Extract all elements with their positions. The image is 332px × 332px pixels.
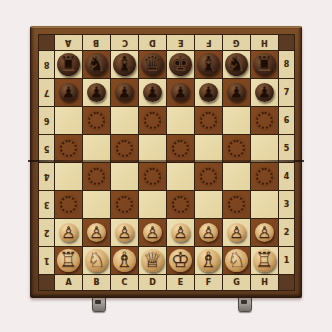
piece-glyph: ♙ [201,225,215,241]
piece-black-pawn-d7[interactable]: ♟ [139,79,166,106]
coord-cell: 7 [39,79,54,106]
square-b7[interactable]: ♟ [83,79,110,106]
file-label-e-top: E [178,38,183,47]
square-f4[interactable] [195,163,222,190]
coord-cell: 5 [279,135,294,162]
piece-glyph: ♗ [199,250,218,271]
square-b6[interactable] [83,107,110,134]
coord-cell: 2 [279,219,294,246]
rosette-carving-icon [256,112,273,129]
piece-glyph: ♚ [171,54,190,75]
piece-black-bishop-c8[interactable]: ♝ [111,51,138,78]
coord-cell: 3 [279,191,294,218]
rosette-carving-icon [60,196,77,213]
border-corner [279,35,294,50]
square-e6[interactable] [167,107,194,134]
square-c6[interactable] [111,107,138,134]
coord-cell: 7 [279,79,294,106]
piece-white-rook-a1[interactable]: ♖ [55,247,82,274]
square-a4[interactable] [55,163,82,190]
square-a7[interactable]: ♟ [55,79,82,106]
piece-white-bishop-c1[interactable]: ♗ [111,247,138,274]
file-label-e-bottom: E [178,278,183,287]
piece-glyph: ♟ [229,85,243,101]
square-c2[interactable]: ♙ [111,219,138,246]
square-g4[interactable] [223,163,250,190]
piece-white-pawn-b2[interactable]: ♙ [83,219,110,246]
board-grid: ABCDEFGH8♜♞♝♛♚♝♞♜87♟♟♟♟♟♟♟♟7665544332♙♙♙… [38,34,295,291]
square-a6[interactable] [55,107,82,134]
square-c7[interactable]: ♟ [111,79,138,106]
rosette-carving-icon [256,168,273,185]
square-f5[interactable] [195,135,222,162]
piece-glyph: ♝ [115,54,134,75]
piece-black-pawn-c7[interactable]: ♟ [111,79,138,106]
rank-label-4-right: 4 [284,172,290,181]
piece-glyph: ♖ [59,250,78,271]
file-label-d-bottom: D [149,278,156,287]
piece-black-pawn-h7[interactable]: ♟ [251,79,278,106]
coord-cell: 1 [279,247,294,274]
square-g1[interactable]: ♘ [223,247,250,274]
file-label-f-bottom: F [206,278,211,287]
border-corner [39,35,54,50]
piece-glyph: ♙ [145,225,159,241]
rosette-carving-icon [88,168,105,185]
piece-glyph: ♔ [171,250,190,271]
piece-black-king-e8[interactable]: ♚ [167,51,194,78]
coord-cell: 8 [279,51,294,78]
rank-label-4-left: 4 [44,172,50,181]
file-label-a-bottom: A [65,278,71,287]
piece-black-rook-h8[interactable]: ♜ [251,51,278,78]
fold-seam [28,160,304,162]
square-g2[interactable]: ♙ [223,219,250,246]
coord-cell: 5 [39,135,54,162]
square-a1[interactable]: ♖ [55,247,82,274]
rank-label-1-left: 1 [44,256,50,265]
coord-cell: G [223,35,250,50]
rank-label-2-left: 2 [44,228,50,237]
coord-cell: 4 [39,163,54,190]
square-a3[interactable] [55,191,82,218]
piece-glyph: ♙ [61,225,75,241]
square-f2[interactable]: ♙ [195,219,222,246]
piece-black-pawn-g7[interactable]: ♟ [223,79,250,106]
piece-white-knight-g1[interactable]: ♘ [223,247,250,274]
square-a2[interactable]: ♙ [55,219,82,246]
piece-black-rook-a8[interactable]: ♜ [55,51,82,78]
rosette-carving-icon [200,112,217,129]
piece-glyph: ♟ [173,85,187,101]
coord-cell: 2 [39,219,54,246]
piece-glyph: ♟ [117,85,131,101]
piece-glyph: ♘ [227,250,246,271]
square-g7[interactable]: ♟ [223,79,250,106]
piece-white-pawn-e2[interactable]: ♙ [167,219,194,246]
square-e5[interactable] [167,135,194,162]
piece-glyph: ♗ [115,250,134,271]
square-f8[interactable]: ♝ [195,51,222,78]
product-photo-scene: ABCDEFGH8♜♞♝♛♚♝♞♜87♟♟♟♟♟♟♟♟7665544332♙♙♙… [0,0,332,332]
square-d3[interactable] [139,191,166,218]
square-c4[interactable] [111,163,138,190]
rank-label-3-right: 3 [284,200,290,209]
square-h1[interactable]: ♖ [251,247,278,274]
piece-glyph: ♕ [143,250,162,271]
square-f6[interactable] [195,107,222,134]
coord-cell: 6 [39,107,54,134]
piece-glyph: ♙ [89,225,103,241]
square-b8[interactable]: ♞ [83,51,110,78]
coord-cell: H [251,275,278,290]
border-corner [279,275,294,290]
rosette-carving-icon [60,140,77,157]
piece-white-pawn-d2[interactable]: ♙ [139,219,166,246]
square-f3[interactable] [195,191,222,218]
piece-white-pawn-a2[interactable]: ♙ [55,219,82,246]
square-e1[interactable]: ♔ [167,247,194,274]
piece-glyph: ♜ [59,54,78,75]
square-h6[interactable] [251,107,278,134]
square-b4[interactable] [83,163,110,190]
piece-white-queen-d1[interactable]: ♕ [139,247,166,274]
rank-label-7-left: 7 [44,88,50,97]
square-g3[interactable] [223,191,250,218]
coord-cell: B [83,275,110,290]
piece-glyph: ♞ [227,54,246,75]
coord-cell: 8 [39,51,54,78]
file-label-h-top: H [261,38,268,47]
square-b3[interactable] [83,191,110,218]
file-label-c-bottom: C [122,278,128,287]
square-e7[interactable]: ♟ [167,79,194,106]
piece-glyph: ♞ [87,54,106,75]
square-e8[interactable]: ♚ [167,51,194,78]
file-label-a-top: A [65,38,71,47]
rank-label-6-left: 6 [44,116,50,125]
rank-label-8-left: 8 [44,60,50,69]
rosette-carving-icon [144,112,161,129]
piece-white-pawn-f2[interactable]: ♙ [195,219,222,246]
square-h4[interactable] [251,163,278,190]
piece-white-rook-h1[interactable]: ♖ [251,247,278,274]
square-b5[interactable] [83,135,110,162]
square-d4[interactable] [139,163,166,190]
piece-white-pawn-c2[interactable]: ♙ [111,219,138,246]
piece-black-queen-d8[interactable]: ♛ [139,51,166,78]
square-b1[interactable]: ♘ [83,247,110,274]
piece-white-pawn-h2[interactable]: ♙ [251,219,278,246]
rank-label-5-left: 5 [44,144,50,153]
rosette-carving-icon [172,140,189,157]
square-d2[interactable]: ♙ [139,219,166,246]
rank-label-7-right: 7 [284,88,290,97]
border-corner [39,275,54,290]
piece-black-pawn-a7[interactable]: ♟ [55,79,82,106]
square-c3[interactable] [111,191,138,218]
square-f7[interactable]: ♟ [195,79,222,106]
piece-white-knight-b1[interactable]: ♘ [83,247,110,274]
square-h5[interactable] [251,135,278,162]
file-label-g-top: G [233,38,240,47]
rosette-carving-icon [116,140,133,157]
coord-cell: E [167,35,194,50]
piece-glyph: ♟ [89,85,103,101]
piece-glyph: ♝ [199,54,218,75]
square-h8[interactable]: ♜ [251,51,278,78]
coord-cell: C [111,275,138,290]
square-c5[interactable] [111,135,138,162]
square-d6[interactable] [139,107,166,134]
piece-white-bishop-f1[interactable]: ♗ [195,247,222,274]
rank-label-6-right: 6 [284,116,290,125]
coord-cell: C [111,35,138,50]
rank-label-3-left: 3 [44,200,50,209]
piece-black-pawn-e7[interactable]: ♟ [167,79,194,106]
rosette-carving-icon [172,196,189,213]
piece-white-pawn-g2[interactable]: ♙ [223,219,250,246]
square-d8[interactable]: ♛ [139,51,166,78]
rank-label-2-right: 2 [284,228,290,237]
coord-cell: 4 [279,163,294,190]
piece-black-knight-b8[interactable]: ♞ [83,51,110,78]
square-e4[interactable] [167,163,194,190]
file-label-c-top: C [122,38,128,47]
coord-cell: G [223,275,250,290]
coord-cell: E [167,275,194,290]
coord-cell: 6 [279,107,294,134]
square-h7[interactable]: ♟ [251,79,278,106]
file-label-h-bottom: H [261,278,268,287]
rank-label-8-right: 8 [284,60,290,69]
file-label-b-top: B [93,38,99,47]
coord-cell: F [195,275,222,290]
square-c8[interactable]: ♝ [111,51,138,78]
square-a8[interactable]: ♜ [55,51,82,78]
rosette-carving-icon [144,168,161,185]
rank-label-5-right: 5 [284,144,290,153]
coord-cell: A [55,275,82,290]
piece-glyph: ♖ [255,250,274,271]
piece-glyph: ♜ [255,54,274,75]
square-c1[interactable]: ♗ [111,247,138,274]
piece-glyph: ♘ [87,250,106,271]
piece-glyph: ♟ [201,85,215,101]
piece-black-knight-g8[interactable]: ♞ [223,51,250,78]
square-g5[interactable] [223,135,250,162]
piece-glyph: ♙ [257,225,271,241]
piece-glyph: ♙ [173,225,187,241]
square-h3[interactable] [251,191,278,218]
chess-board: ABCDEFGH8♜♞♝♛♚♝♞♜87♟♟♟♟♟♟♟♟7665544332♙♙♙… [30,26,302,298]
rank-label-1-right: 1 [284,256,290,265]
file-label-g-bottom: G [233,278,240,287]
coord-cell: 1 [39,247,54,274]
piece-glyph: ♙ [117,225,131,241]
square-g8[interactable]: ♞ [223,51,250,78]
square-e3[interactable] [167,191,194,218]
coord-cell: F [195,35,222,50]
rosette-carving-icon [200,168,217,185]
piece-black-bishop-f8[interactable]: ♝ [195,51,222,78]
rosette-carving-icon [116,196,133,213]
piece-glyph: ♙ [229,225,243,241]
file-label-b-bottom: B [93,278,99,287]
square-f1[interactable]: ♗ [195,247,222,274]
piece-glyph: ♛ [143,54,162,75]
rosette-carving-icon [228,196,245,213]
square-d1[interactable]: ♕ [139,247,166,274]
coord-cell: B [83,35,110,50]
piece-black-pawn-b7[interactable]: ♟ [83,79,110,106]
coord-cell: D [139,35,166,50]
coord-cell: 3 [39,191,54,218]
piece-glyph: ♟ [145,85,159,101]
file-label-d-top: D [149,38,156,47]
square-e2[interactable]: ♙ [167,219,194,246]
piece-glyph: ♟ [257,85,271,101]
square-a5[interactable] [55,135,82,162]
rosette-carving-icon [88,112,105,129]
square-d5[interactable] [139,135,166,162]
square-g6[interactable] [223,107,250,134]
coord-cell: D [139,275,166,290]
file-label-f-top: F [206,38,211,47]
piece-black-pawn-f7[interactable]: ♟ [195,79,222,106]
piece-white-king-e1[interactable]: ♔ [167,247,194,274]
piece-glyph: ♟ [61,85,75,101]
square-h2[interactable]: ♙ [251,219,278,246]
rosette-carving-icon [228,140,245,157]
square-b2[interactable]: ♙ [83,219,110,246]
square-d7[interactable]: ♟ [139,79,166,106]
coord-cell: A [55,35,82,50]
coord-cell: H [251,35,278,50]
